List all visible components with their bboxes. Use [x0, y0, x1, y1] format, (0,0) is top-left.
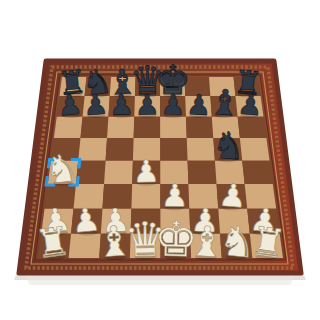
square-e5[interactable]: [160, 138, 187, 161]
piece-white-pawn-d4[interactable]: ♟: [132, 154, 160, 189]
piece-black-pawn-b7[interactable]: ♟: [82, 88, 109, 123]
piece-black-pawn-h7[interactable]: ♟: [236, 87, 264, 122]
square-c4[interactable]: [104, 161, 133, 185]
piece-white-pawn-e3[interactable]: ♟: [160, 177, 189, 213]
chess-app-screenshot: ♜♞♝♛♚♜♟♟♟♟♟♟♝♟♞♞♟♟♟♟♟♟♟♟♜♝♛♚♝♞♜: [0, 0, 320, 320]
piece-white-rook-h1[interactable]: ♜: [248, 218, 289, 267]
square-b5[interactable]: [78, 138, 107, 161]
piece-black-knight-g5[interactable]: ♞: [210, 122, 247, 168]
piece-black-pawn-a7[interactable]: ♟: [56, 87, 84, 122]
square-c5[interactable]: [106, 138, 134, 161]
piece-white-rook-a1[interactable]: ♜: [32, 218, 73, 267]
board-shadow-soft: [25, 276, 295, 285]
chess-board-scene: ♜♞♝♛♚♜♟♟♟♟♟♟♝♟♞♞♟♟♟♟♟♟♟♟♜♝♛♚♝♞♜: [0, 0, 320, 320]
piece-white-knight-a4[interactable]: ♞: [42, 144, 81, 193]
piece-black-pawn-e7[interactable]: ♟: [160, 88, 186, 121]
piece-black-pawn-d7[interactable]: ♟: [134, 88, 160, 121]
piece-white-pawn-g3[interactable]: ♟: [217, 176, 248, 214]
piece-black-pawn-c7[interactable]: ♟: [108, 88, 134, 122]
